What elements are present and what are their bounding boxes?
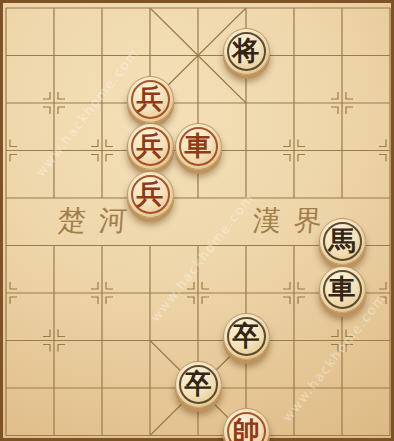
piece-red-soldier-3[interactable]: 兵 xyxy=(127,171,174,218)
piece-glyph: 兵 xyxy=(137,132,164,159)
piece-glyph: 車 xyxy=(329,275,356,302)
piece-glyph: 卒 xyxy=(185,370,212,397)
piece-red-soldier-1[interactable]: 兵 xyxy=(127,76,174,123)
piece-glyph: 兵 xyxy=(137,85,164,112)
piece-black-soldier-1[interactable]: 卒 xyxy=(223,313,270,360)
piece-red-soldier-2[interactable]: 兵 xyxy=(127,123,174,170)
piece-glyph: 兵 xyxy=(137,180,164,207)
xiangqi-board: 楚河 漢界 www.hackhome.com www.hackhome.com … xyxy=(0,0,394,441)
piece-glyph: 卒 xyxy=(233,322,260,349)
piece-black-chariot[interactable]: 車 xyxy=(319,266,366,313)
piece-glyph: 馬 xyxy=(329,227,356,254)
piece-black-general[interactable]: 将 xyxy=(223,28,270,75)
piece-red-chariot[interactable]: 車 xyxy=(175,123,222,170)
piece-glyph: 帥 xyxy=(233,417,260,441)
piece-glyph: 将 xyxy=(233,37,260,64)
piece-black-horse[interactable]: 馬 xyxy=(319,218,366,265)
pieces-layer: 将兵兵車兵馬車卒卒帥 xyxy=(0,0,394,441)
piece-glyph: 車 xyxy=(185,132,212,159)
piece-red-general[interactable]: 帥 xyxy=(223,408,270,441)
piece-black-soldier-2[interactable]: 卒 xyxy=(175,361,222,408)
